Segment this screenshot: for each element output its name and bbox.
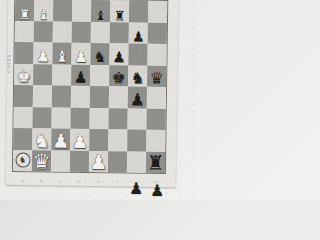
square-c1[interactable]	[51, 150, 70, 172]
black-bishop: ♝	[95, 9, 107, 22]
square-g7[interactable]: ♟	[129, 22, 148, 44]
square-h2[interactable]	[146, 130, 165, 152]
square-f3[interactable]	[108, 108, 127, 130]
square-d7[interactable]	[72, 21, 91, 43]
file-label-a: a	[13, 178, 32, 183]
square-g1[interactable]	[127, 151, 146, 173]
square-a1[interactable]: ♞	[13, 149, 32, 171]
white-rook: ♜	[19, 7, 31, 20]
black-king: ♚	[111, 70, 126, 86]
square-a4[interactable]	[14, 85, 33, 107]
square-c8[interactable]	[53, 0, 72, 21]
black-knight: ♞	[93, 50, 107, 65]
square-e7[interactable]	[91, 21, 110, 43]
square-c6[interactable]: ♝	[52, 42, 71, 64]
square-f2[interactable]	[108, 129, 127, 151]
square-e8[interactable]: ♝	[91, 0, 110, 22]
file-label-b: b	[32, 178, 51, 183]
square-c2[interactable]: ♟	[51, 128, 70, 150]
square-e4[interactable]	[90, 86, 109, 108]
photo-of-chess-game: { "game": "chess", "scene": "overhead gr…	[0, 0, 200, 200]
square-d2[interactable]: ♟	[70, 129, 89, 151]
black-pawn: ♟	[132, 30, 145, 44]
white-pawn: ♟	[36, 49, 50, 64]
square-g3[interactable]	[127, 108, 146, 130]
square-g4[interactable]: ♟	[128, 87, 147, 109]
square-h4[interactable]	[147, 87, 166, 109]
square-b2[interactable]: ♞	[32, 128, 51, 150]
board-grid: ♜♝♝♜♟♟♝♟♞♟♚♟♚♞♛♟♞♟♟♞♛♟♜	[13, 0, 167, 173]
square-c3[interactable]	[51, 107, 70, 129]
white-bishop: ♝	[55, 49, 69, 64]
white-pawn: ♟	[89, 152, 107, 172]
square-h8[interactable]	[148, 1, 167, 23]
square-f4[interactable]	[109, 86, 128, 108]
square-b7[interactable]	[34, 21, 53, 43]
file-label-f: f	[108, 179, 127, 184]
square-e3[interactable]	[89, 107, 108, 129]
board-logo: ♞	[15, 153, 30, 168]
square-c4[interactable]	[52, 85, 71, 107]
white-queen: ♛	[32, 151, 50, 171]
black-pawn: ♟	[112, 50, 126, 65]
square-c7[interactable]	[53, 21, 72, 43]
black-pawn: ♟	[130, 91, 145, 108]
square-e1[interactable]: ♟	[89, 150, 108, 172]
square-a2[interactable]	[13, 128, 32, 150]
square-a8[interactable]: ♜	[15, 0, 34, 21]
white-pawn: ♟	[52, 131, 69, 150]
square-b4[interactable]	[33, 85, 52, 107]
square-b1[interactable]: ♛	[32, 150, 51, 172]
black-pawn: ♟	[73, 70, 88, 86]
square-b3[interactable]	[32, 107, 51, 129]
square-d5[interactable]: ♟	[71, 64, 90, 86]
square-h1[interactable]: ♜	[146, 151, 165, 173]
square-g5[interactable]: ♞	[128, 65, 147, 87]
square-d8[interactable]	[72, 0, 91, 21]
file-label-d: d	[70, 179, 89, 184]
square-a3[interactable]	[13, 106, 32, 128]
captured-black-pawn: ♟	[150, 183, 164, 199]
square-f8[interactable]: ♜	[110, 0, 129, 22]
square-g8[interactable]	[129, 1, 148, 23]
square-a6[interactable]	[14, 42, 33, 64]
square-h7[interactable]	[148, 22, 167, 44]
file-label-e: e	[89, 179, 108, 184]
square-g6[interactable]	[128, 44, 147, 66]
square-c5[interactable]	[52, 64, 71, 86]
square-a5[interactable]: ♚	[14, 63, 33, 85]
square-h6[interactable]	[147, 44, 166, 66]
square-b8[interactable]: ♝	[34, 0, 53, 21]
square-f1[interactable]	[108, 151, 127, 173]
square-g2[interactable]	[127, 129, 146, 151]
square-f5[interactable]: ♚	[109, 65, 128, 87]
black-knight: ♞	[130, 71, 145, 87]
black-rook: ♜	[114, 9, 126, 22]
white-bishop: ♝	[38, 8, 50, 21]
black-rook: ♜	[146, 153, 164, 173]
white-king: ♚	[16, 69, 31, 85]
square-b5[interactable]	[33, 64, 52, 86]
square-h5[interactable]: ♛	[147, 65, 166, 87]
white-pawn: ♟	[71, 131, 88, 150]
board-brand-text: CHESS	[6, 53, 11, 72]
square-a7[interactable]	[15, 20, 34, 42]
captured-black-pawn: ♟	[129, 181, 143, 197]
square-d3[interactable]	[70, 107, 89, 129]
square-f7[interactable]	[110, 22, 129, 44]
white-pawn: ♟	[74, 49, 88, 64]
square-f6[interactable]: ♟	[109, 43, 128, 65]
square-e2[interactable]	[89, 129, 108, 151]
square-d4[interactable]	[71, 86, 90, 108]
square-d6[interactable]: ♟	[71, 43, 90, 65]
white-knight: ♞	[33, 131, 50, 150]
square-e6[interactable]: ♞	[90, 43, 109, 65]
black-queen: ♛	[149, 71, 164, 87]
file-label-c: c	[51, 178, 70, 183]
square-h3[interactable]	[146, 108, 165, 130]
chess-board: CHESS ♜♝♝♜♟♟♝♟♞♟♚♟♚♞♛♟♞♟♟♞♛♟♜ abcdefgh	[6, 0, 179, 187]
square-e5[interactable]	[90, 64, 109, 86]
square-b6[interactable]: ♟	[33, 42, 52, 64]
square-d1[interactable]	[70, 150, 89, 172]
